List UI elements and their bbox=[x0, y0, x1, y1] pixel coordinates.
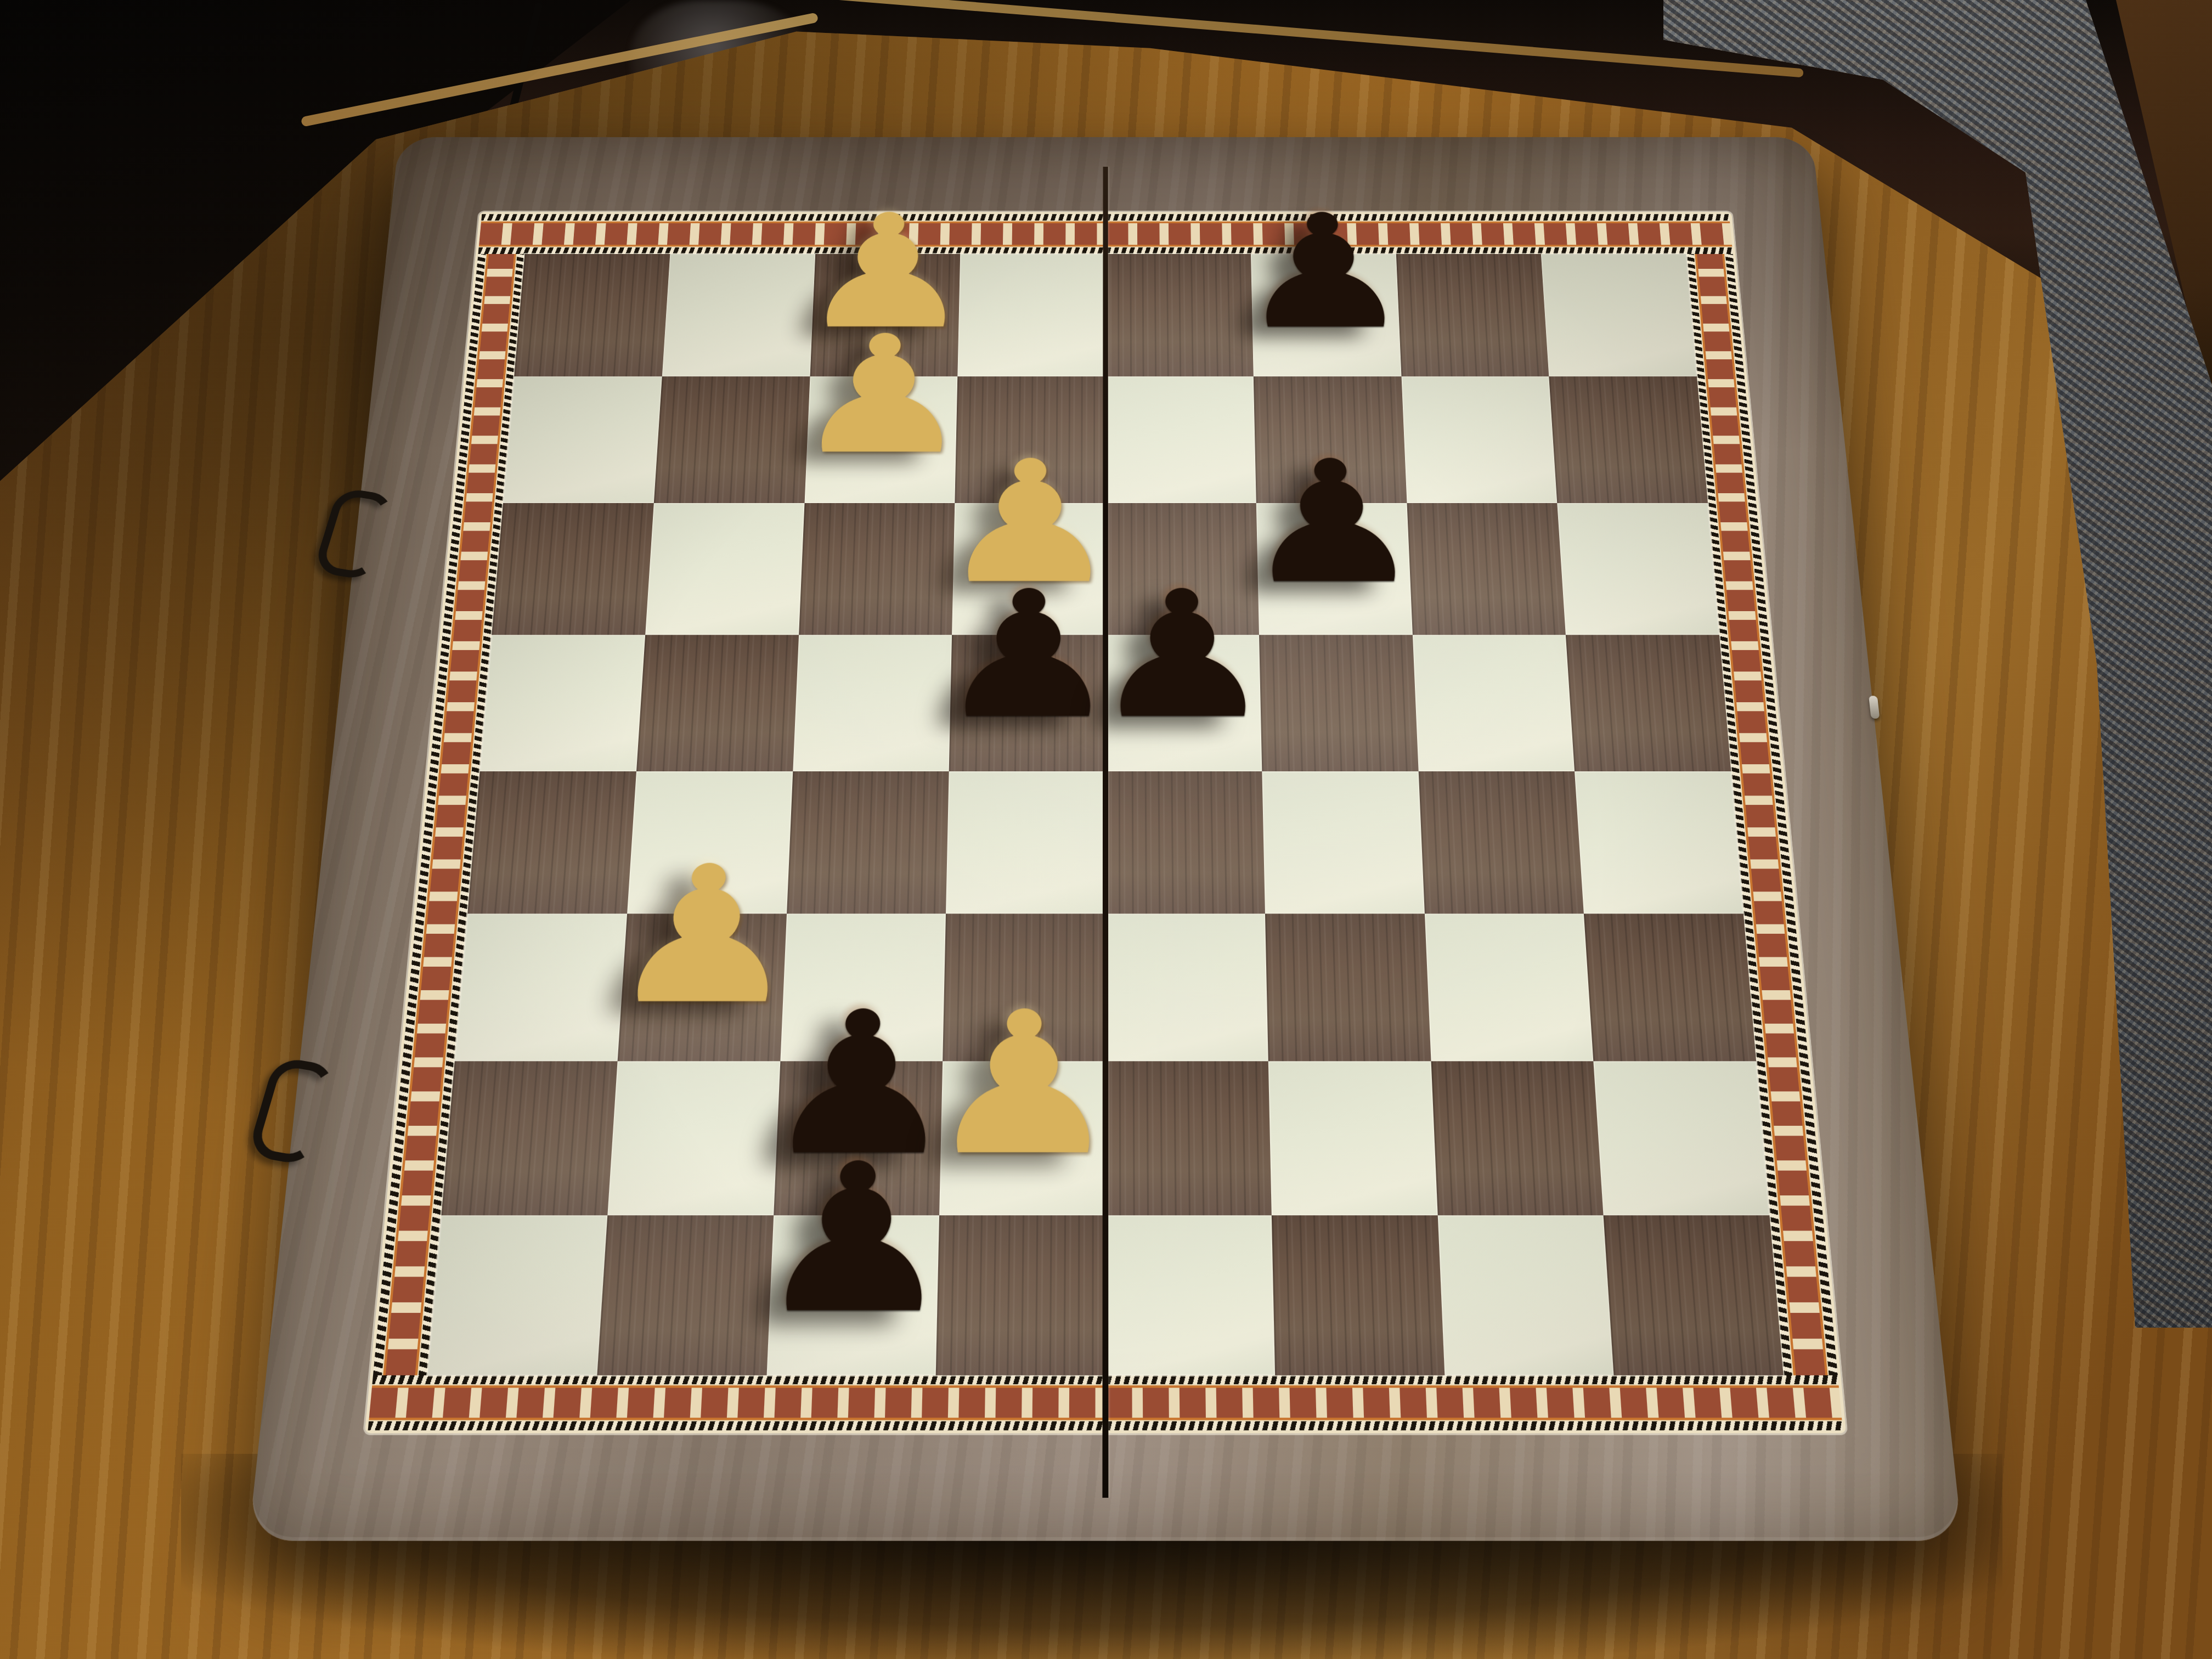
chess-board: ♟♟♟♟♟♟♟♟♟♟♟ bbox=[249, 137, 1963, 1541]
square-a3 bbox=[455, 913, 627, 1061]
scene: ♟♟♟♟♟♟♟♟♟♟♟ bbox=[0, 0, 2212, 1659]
square-e3 bbox=[1105, 913, 1268, 1061]
pawn-glyph: ♟ bbox=[1238, 154, 1415, 352]
white-pawn-b3[interactable]: ♟ bbox=[619, 777, 781, 1031]
pawn-glyph: ♟ bbox=[1090, 534, 1277, 743]
square-b3 bbox=[617, 913, 786, 1061]
pawn-glyph: ♟ bbox=[603, 814, 798, 1031]
square-f3 bbox=[1265, 913, 1431, 1061]
black-pawn-f6[interactable]: ♟ bbox=[1259, 368, 1412, 608]
black-pawn-c2[interactable]: ♟ bbox=[775, 924, 940, 1184]
black-pawn-c1[interactable]: ♟ bbox=[768, 1078, 937, 1343]
black-pawn-e5[interactable]: ♟ bbox=[1105, 499, 1261, 744]
white-pawn-d2[interactable]: ♟ bbox=[940, 924, 1105, 1184]
mosaic-border-top bbox=[478, 214, 1733, 254]
square-h3 bbox=[1584, 913, 1756, 1061]
square-g3 bbox=[1424, 913, 1593, 1061]
